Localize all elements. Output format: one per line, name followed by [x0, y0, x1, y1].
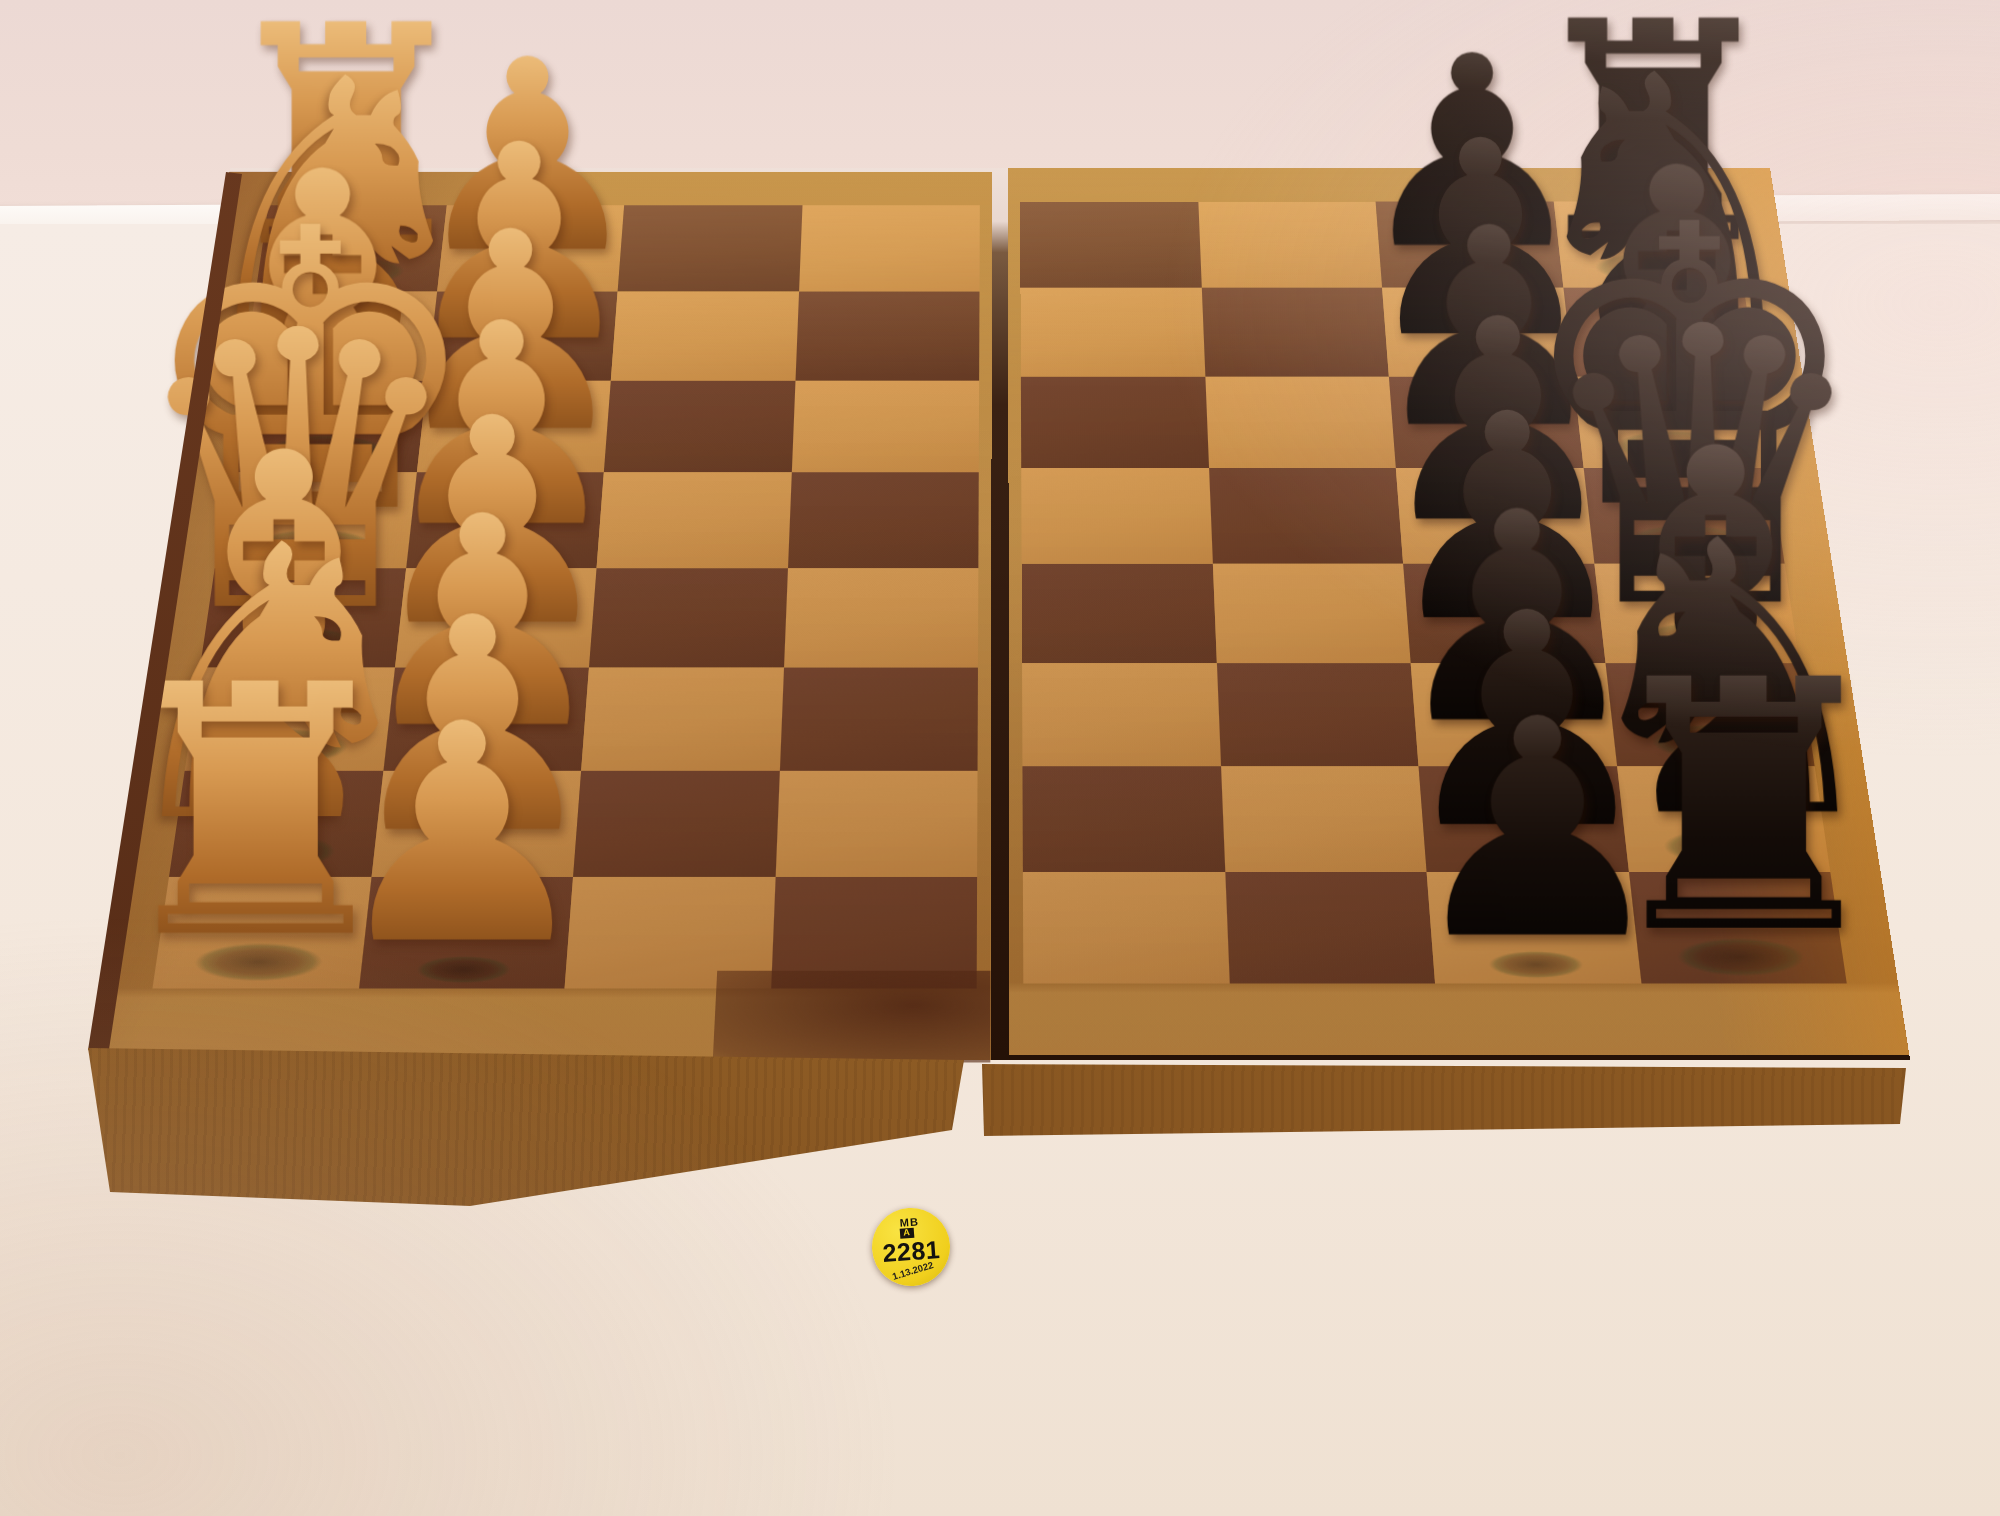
sticker-logo: MB A: [899, 1217, 919, 1239]
square-a4[interactable]: [771, 877, 978, 988]
square-h4[interactable]: [799, 205, 980, 291]
square-b4[interactable]: [775, 770, 977, 877]
piece-wP-a2[interactable]: ♟: [327, 685, 597, 986]
board-half-left: ♜♟♞♟♝♟♚♟♛♟♝♟♞♟♜♟: [90, 172, 992, 1060]
square-f5[interactable]: [1021, 376, 1209, 468]
square-e5[interactable]: [1021, 468, 1212, 563]
square-c5[interactable]: [1022, 663, 1220, 766]
squares-right: ♟♜♟♞♟♝♟♚♟♛♟♝♟♞♟♜: [1020, 202, 1847, 984]
square-e4[interactable]: [787, 473, 978, 569]
piece-bR-a8[interactable]: ♜: [1589, 636, 1898, 981]
square-g5[interactable]: [1020, 287, 1204, 376]
square-a5[interactable]: [1023, 872, 1229, 983]
square-b5[interactable]: [1022, 766, 1224, 873]
square-h5[interactable]: [1020, 202, 1201, 288]
square-g4[interactable]: [795, 291, 980, 380]
square-a2[interactable]: ♟: [359, 877, 574, 988]
squares-left: ♜♟♞♟♝♟♚♟♛♟♝♟♞♟♜♟: [152, 205, 979, 988]
square-f4[interactable]: [791, 380, 979, 472]
square-d4[interactable]: [783, 568, 978, 667]
square-d5[interactable]: [1022, 564, 1217, 663]
board-half-right: ♟♜♟♞♟♝♟♚♟♛♟♝♟♞♟♜: [1008, 168, 1909, 1055]
square-c4[interactable]: [779, 667, 978, 770]
square-a8[interactable]: ♜: [1628, 872, 1846, 983]
photo-scene: ♜♟♞♟♝♟♚♟♛♟♝♟♞♟♜♟ ♟♜♟♞♟♝♟♚♟♛♟♝♟♞♟♜ MB A 2…: [0, 0, 2000, 1516]
chess-board: ♜♟♞♟♝♟♚♟♛♟♝♟♞♟♜♟ ♟♜♟♞♟♝♟♚♟♛♟♝♟♞♟♜: [90, 168, 1910, 1060]
